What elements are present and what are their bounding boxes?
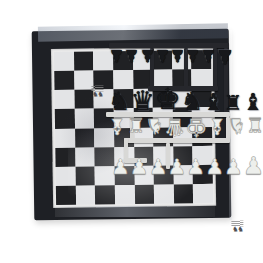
logo-text-lines [231, 220, 243, 226]
board-square [74, 109, 94, 128]
chess-piece-n: ♞ [181, 89, 203, 114]
chess-piece-p: ♟ [130, 157, 149, 178]
board-square [75, 185, 95, 204]
board-square [55, 147, 75, 166]
white-upright-pieces-row: ♟♟♟♟♟♟♟♟ [111, 148, 233, 178]
chess-piece-b: ♝ [207, 115, 227, 137]
board-square [193, 184, 213, 203]
board-square [74, 52, 94, 71]
chess-piece-n: ♞ [108, 89, 130, 114]
chess-piece-p: ♟ [140, 47, 155, 64]
chess-piece-p: ♟ [155, 47, 170, 64]
board-square [55, 128, 75, 147]
board-square [75, 128, 95, 147]
chess-piece-b: ♝ [243, 91, 263, 114]
brand-logo-top-left: ♞♞ [90, 82, 104, 98]
board-square [54, 52, 74, 71]
chess-piece-p: ♟ [185, 47, 200, 64]
chess-piece-p: ♟ [111, 157, 130, 178]
chess-piece-p: ♟ [149, 157, 168, 178]
chess-piece-p: ♟ [205, 157, 224, 178]
chess-piece-p: ♟ [224, 157, 243, 178]
board-square [56, 167, 76, 186]
black-upright-pieces-row: ♞♛♚♞♝♜♝♜ [108, 84, 232, 114]
logo-pieces-icon: ♞♞ [92, 91, 103, 98]
chess-piece-p: ♟ [186, 157, 205, 178]
chess-piece-p: ♟ [170, 47, 185, 64]
board-square [174, 184, 194, 203]
chess-piece-q: ♛ [164, 115, 186, 139]
board-square [115, 185, 135, 204]
chess-piece-p: ♟ [243, 154, 263, 178]
board-square [95, 185, 115, 204]
chess-piece-p: ♟ [216, 47, 234, 67]
chess-piece-b: ♝ [107, 115, 127, 137]
chess-piece-p: ♟ [109, 47, 124, 64]
chess-piece-r: ♜ [224, 93, 243, 114]
logo-text-lines [91, 85, 103, 91]
board-square [54, 71, 74, 90]
chess-piece-r: ♜ [246, 115, 263, 135]
board-square [56, 186, 76, 205]
black-hanging-pieces-row: ♟♟♟♟♟♟♟♟ [109, 47, 228, 69]
board-square [75, 166, 95, 185]
chess-piece-k: ♚ [185, 115, 207, 140]
chess-piece-r: ♜ [127, 115, 145, 135]
chess-piece-k: ♚ [155, 85, 181, 114]
chess-piece-n: ♞ [145, 115, 164, 136]
board-square [75, 147, 95, 166]
chess-piece-b: ♝ [203, 91, 224, 114]
brand-logo-bottom-right: ♞♞ [230, 217, 244, 233]
product-photo: ♞♞ ♞♞ ♟♟♟♟♟♟♟♟ ♞♛♚♞♝♜♝♜ ♝♜♞♛♚♝♞♜ ♟♟♟♟♟♟♟… [0, 0, 263, 263]
chess-piece-p: ♟ [201, 47, 216, 64]
chess-piece-n: ♞ [227, 115, 246, 136]
white-hanging-pieces-row: ♝♜♞♛♚♝♞♜ [107, 115, 231, 141]
logo-pieces-icon: ♞♞ [232, 226, 243, 233]
board-square [134, 185, 154, 204]
board-square [55, 109, 75, 128]
chess-piece-p: ♟ [167, 157, 186, 178]
chess-piece-q: ♛ [130, 87, 154, 114]
board-square [154, 184, 174, 203]
chess-piece-p: ♟ [124, 47, 139, 64]
board-square [55, 90, 75, 109]
